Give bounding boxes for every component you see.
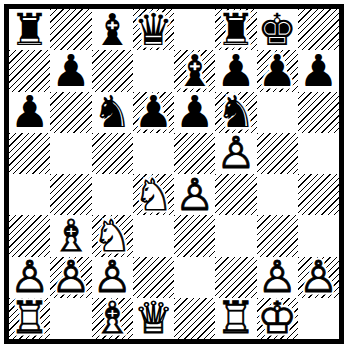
black-bishop: ♝ xyxy=(174,50,215,91)
square-h8[interactable] xyxy=(298,9,339,50)
white-knight: ♘ xyxy=(92,215,133,256)
white-pawn: ♙ xyxy=(298,257,339,298)
piece-halo: ♜ xyxy=(215,9,256,50)
square-a6[interactable]: ♟♟ xyxy=(9,92,50,133)
black-rook: ♜ xyxy=(215,9,256,50)
square-c8[interactable]: ♝♝ xyxy=(92,9,133,50)
square-a8[interactable]: ♜♜ xyxy=(9,9,50,50)
piece-halo: ♟ xyxy=(298,50,339,91)
square-h2[interactable]: ♟♙ xyxy=(298,257,339,298)
square-e8[interactable] xyxy=(174,9,215,50)
piece-halo: ♝ xyxy=(174,50,215,91)
square-h3[interactable] xyxy=(298,215,339,256)
square-c6[interactable]: ♞♞ xyxy=(92,92,133,133)
piece-halo: ♟ xyxy=(215,133,256,174)
square-g7[interactable]: ♟♟ xyxy=(257,50,298,91)
square-f7[interactable]: ♟♟ xyxy=(215,50,256,91)
square-h1[interactable] xyxy=(298,298,339,339)
square-d5[interactable] xyxy=(133,133,174,174)
square-f2[interactable] xyxy=(215,257,256,298)
black-pawn: ♟ xyxy=(50,50,91,91)
square-d6[interactable]: ♟♟ xyxy=(133,92,174,133)
chess-diagram-page: ♜♜♝♝♛♛♜♜♚♚♟♟♝♝♟♟♟♟♟♟♟♟♞♞♟♟♟♟♞♞♟♙♞♘♟♙♝♗♞♘… xyxy=(0,0,350,350)
square-c1[interactable]: ♝♗ xyxy=(92,298,133,339)
square-b8[interactable] xyxy=(50,9,91,50)
square-d1[interactable]: ♛♕ xyxy=(133,298,174,339)
square-d2[interactable] xyxy=(133,257,174,298)
piece-halo: ♞ xyxy=(215,92,256,133)
piece-halo: ♜ xyxy=(9,9,50,50)
piece-halo: ♟ xyxy=(50,50,91,91)
square-a5[interactable] xyxy=(9,133,50,174)
square-c4[interactable] xyxy=(92,174,133,215)
black-knight: ♞ xyxy=(92,92,133,133)
square-f3[interactable] xyxy=(215,215,256,256)
square-b3[interactable]: ♝♗ xyxy=(50,215,91,256)
black-pawn: ♟ xyxy=(174,92,215,133)
white-rook: ♖ xyxy=(215,298,256,339)
square-b4[interactable] xyxy=(50,174,91,215)
square-e6[interactable]: ♟♟ xyxy=(174,92,215,133)
white-pawn: ♙ xyxy=(174,174,215,215)
black-bishop: ♝ xyxy=(92,9,133,50)
square-e1[interactable] xyxy=(174,298,215,339)
black-queen: ♛ xyxy=(133,9,174,50)
square-g3[interactable] xyxy=(257,215,298,256)
black-knight: ♞ xyxy=(215,92,256,133)
square-d8[interactable]: ♛♛ xyxy=(133,9,174,50)
white-pawn: ♙ xyxy=(50,257,91,298)
black-pawn: ♟ xyxy=(298,50,339,91)
square-e3[interactable] xyxy=(174,215,215,256)
square-b6[interactable] xyxy=(50,92,91,133)
square-b7[interactable]: ♟♟ xyxy=(50,50,91,91)
white-rook: ♖ xyxy=(9,298,50,339)
square-d3[interactable] xyxy=(133,215,174,256)
piece-halo: ♞ xyxy=(133,174,174,215)
black-king: ♚ xyxy=(257,9,298,50)
piece-halo: ♟ xyxy=(133,92,174,133)
square-d7[interactable] xyxy=(133,50,174,91)
square-h5[interactable] xyxy=(298,133,339,174)
square-c2[interactable]: ♟♙ xyxy=(92,257,133,298)
square-e7[interactable]: ♝♝ xyxy=(174,50,215,91)
white-bishop: ♗ xyxy=(50,215,91,256)
piece-halo: ♝ xyxy=(50,215,91,256)
square-f1[interactable]: ♜♖ xyxy=(215,298,256,339)
black-pawn: ♟ xyxy=(257,50,298,91)
square-e5[interactable] xyxy=(174,133,215,174)
chess-board-frame: ♜♜♝♝♛♛♜♜♚♚♟♟♝♝♟♟♟♟♟♟♟♟♞♞♟♟♟♟♞♞♟♙♞♘♟♙♝♗♞♘… xyxy=(4,4,344,344)
piece-halo: ♟ xyxy=(92,257,133,298)
white-knight: ♘ xyxy=(133,174,174,215)
square-f4[interactable] xyxy=(215,174,256,215)
square-f8[interactable]: ♜♜ xyxy=(215,9,256,50)
square-c5[interactable] xyxy=(92,133,133,174)
white-king: ♔ xyxy=(257,298,298,339)
piece-halo: ♝ xyxy=(92,9,133,50)
square-g4[interactable] xyxy=(257,174,298,215)
piece-halo: ♝ xyxy=(92,298,133,339)
square-f6[interactable]: ♞♞ xyxy=(215,92,256,133)
white-bishop: ♗ xyxy=(92,298,133,339)
piece-halo: ♟ xyxy=(50,257,91,298)
piece-halo: ♛ xyxy=(133,298,174,339)
chess-board: ♜♜♝♝♛♛♜♜♚♚♟♟♝♝♟♟♟♟♟♟♟♟♞♞♟♟♟♟♞♞♟♙♞♘♟♙♝♗♞♘… xyxy=(9,9,339,339)
black-pawn: ♟ xyxy=(215,50,256,91)
square-a7[interactable] xyxy=(9,50,50,91)
square-g2[interactable]: ♟♙ xyxy=(257,257,298,298)
square-a3[interactable] xyxy=(9,215,50,256)
square-h4[interactable] xyxy=(298,174,339,215)
piece-halo: ♟ xyxy=(174,174,215,215)
piece-halo: ♟ xyxy=(215,50,256,91)
square-b1[interactable] xyxy=(50,298,91,339)
square-g1[interactable]: ♚♔ xyxy=(257,298,298,339)
square-g6[interactable] xyxy=(257,92,298,133)
square-b5[interactable] xyxy=(50,133,91,174)
square-f5[interactable]: ♟♙ xyxy=(215,133,256,174)
piece-halo: ♞ xyxy=(92,215,133,256)
square-b2[interactable]: ♟♙ xyxy=(50,257,91,298)
piece-halo: ♚ xyxy=(257,298,298,339)
black-pawn: ♟ xyxy=(133,92,174,133)
piece-halo: ♟ xyxy=(9,257,50,298)
piece-halo: ♜ xyxy=(215,298,256,339)
piece-halo: ♟ xyxy=(257,257,298,298)
white-pawn: ♙ xyxy=(92,257,133,298)
square-h7[interactable]: ♟♟ xyxy=(298,50,339,91)
piece-halo: ♟ xyxy=(174,92,215,133)
piece-halo: ♚ xyxy=(257,9,298,50)
square-d4[interactable]: ♞♘ xyxy=(133,174,174,215)
white-pawn: ♙ xyxy=(9,257,50,298)
black-rook: ♜ xyxy=(9,9,50,50)
piece-halo: ♛ xyxy=(133,9,174,50)
black-pawn: ♟ xyxy=(9,92,50,133)
square-a4[interactable] xyxy=(9,174,50,215)
square-h6[interactable] xyxy=(298,92,339,133)
square-g8[interactable]: ♚♚ xyxy=(257,9,298,50)
piece-halo: ♜ xyxy=(9,298,50,339)
piece-halo: ♟ xyxy=(9,92,50,133)
square-c7[interactable] xyxy=(92,50,133,91)
square-g5[interactable] xyxy=(257,133,298,174)
square-c3[interactable]: ♞♘ xyxy=(92,215,133,256)
square-a2[interactable]: ♟♙ xyxy=(9,257,50,298)
square-e2[interactable] xyxy=(174,257,215,298)
piece-halo: ♞ xyxy=(92,92,133,133)
square-a1[interactable]: ♜♖ xyxy=(9,298,50,339)
piece-halo: ♟ xyxy=(257,50,298,91)
white-queen: ♕ xyxy=(133,298,174,339)
white-pawn: ♙ xyxy=(257,257,298,298)
square-e4[interactable]: ♟♙ xyxy=(174,174,215,215)
white-pawn: ♙ xyxy=(215,133,256,174)
piece-halo: ♟ xyxy=(298,257,339,298)
